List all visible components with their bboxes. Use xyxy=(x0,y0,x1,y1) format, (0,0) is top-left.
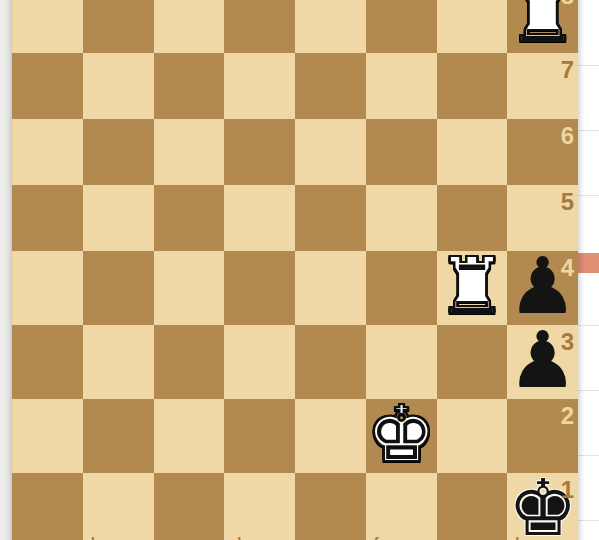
square-b6[interactable] xyxy=(83,119,154,185)
file-label-c: c xyxy=(162,535,170,540)
square-c6[interactable] xyxy=(154,119,225,185)
square-g7[interactable] xyxy=(437,53,508,119)
square-d5[interactable] xyxy=(224,185,295,251)
square-f3[interactable] xyxy=(366,325,437,399)
square-h8[interactable]: 8♜ xyxy=(507,0,578,53)
square-b7[interactable] xyxy=(83,53,154,119)
square-b4[interactable] xyxy=(83,251,154,325)
square-b8[interactable] xyxy=(83,0,154,53)
square-d6[interactable] xyxy=(224,119,295,185)
square-e8[interactable] xyxy=(295,0,366,53)
square-g1[interactable]: g xyxy=(437,473,508,540)
square-a7[interactable] xyxy=(12,53,83,119)
square-b2[interactable] xyxy=(83,399,154,473)
square-c1[interactable]: c xyxy=(154,473,225,540)
file-label-d: d xyxy=(232,535,241,540)
square-f5[interactable] xyxy=(366,185,437,251)
chess-board[interactable]: 8♜765♜4♟3♟♚2abcdefg1h♚ xyxy=(12,0,578,540)
square-f2[interactable]: ♚ xyxy=(366,399,437,473)
square-d3[interactable] xyxy=(224,325,295,399)
square-e7[interactable] xyxy=(295,53,366,119)
rank-label-1: 1 xyxy=(561,478,574,502)
square-f4[interactable] xyxy=(366,251,437,325)
square-e6[interactable] xyxy=(295,119,366,185)
white-rook-g4[interactable]: ♜ xyxy=(437,247,507,325)
square-b1[interactable]: b xyxy=(83,473,154,540)
square-e4[interactable] xyxy=(295,251,366,325)
square-g8[interactable] xyxy=(437,0,508,53)
square-d2[interactable] xyxy=(224,399,295,473)
panel-highlight-row xyxy=(578,253,599,273)
side-panel xyxy=(578,0,599,540)
panel-row-divider xyxy=(578,520,599,521)
square-d4[interactable] xyxy=(224,251,295,325)
square-e1[interactable]: e xyxy=(295,473,366,540)
square-h7[interactable]: 7 xyxy=(507,53,578,119)
square-b3[interactable] xyxy=(83,325,154,399)
square-f1[interactable]: f xyxy=(366,473,437,540)
square-a8[interactable] xyxy=(12,0,83,53)
panel-row-divider xyxy=(578,390,599,391)
file-label-a: a xyxy=(20,535,28,540)
square-a1[interactable]: a xyxy=(12,473,83,540)
rank-label-3: 3 xyxy=(561,330,574,354)
square-g4[interactable]: ♜ xyxy=(437,251,508,325)
square-g6[interactable] xyxy=(437,119,508,185)
panel-row-divider xyxy=(578,65,599,66)
square-c2[interactable] xyxy=(154,399,225,473)
square-f8[interactable] xyxy=(366,0,437,53)
file-label-b: b xyxy=(91,535,100,540)
rank-label-6: 6 xyxy=(561,124,574,148)
square-a5[interactable] xyxy=(12,185,83,251)
panel-row-divider xyxy=(578,130,599,131)
file-label-h: h xyxy=(515,535,524,540)
square-g3[interactable] xyxy=(437,325,508,399)
square-b5[interactable] xyxy=(83,185,154,251)
square-f7[interactable] xyxy=(366,53,437,119)
square-c5[interactable] xyxy=(154,185,225,251)
square-d8[interactable] xyxy=(224,0,295,53)
panel-row-divider xyxy=(578,325,599,326)
square-c8[interactable] xyxy=(154,0,225,53)
file-label-f: f xyxy=(374,535,379,540)
square-h6[interactable]: 6 xyxy=(507,119,578,185)
square-h1[interactable]: 1h♚ xyxy=(507,473,578,540)
square-c4[interactable] xyxy=(154,251,225,325)
square-h2[interactable]: 2 xyxy=(507,399,578,473)
rank-label-7: 7 xyxy=(561,58,574,82)
square-d1[interactable]: d xyxy=(224,473,295,540)
square-h3[interactable]: 3♟ xyxy=(507,325,578,399)
file-label-g: g xyxy=(445,535,454,540)
page-background-gutter xyxy=(0,0,12,540)
square-e2[interactable] xyxy=(295,399,366,473)
square-h4[interactable]: 4♟ xyxy=(507,251,578,325)
white-king-f2[interactable]: ♚ xyxy=(366,395,436,473)
square-a3[interactable] xyxy=(12,325,83,399)
square-d7[interactable] xyxy=(224,53,295,119)
rank-label-5: 5 xyxy=(561,190,574,214)
rank-label-4: 4 xyxy=(561,256,574,280)
panel-row-divider xyxy=(578,455,599,456)
square-f6[interactable] xyxy=(366,119,437,185)
rank-label-2: 2 xyxy=(561,404,574,428)
square-a6[interactable] xyxy=(12,119,83,185)
square-c7[interactable] xyxy=(154,53,225,119)
panel-row-divider xyxy=(578,195,599,196)
square-a4[interactable] xyxy=(12,251,83,325)
square-c3[interactable] xyxy=(154,325,225,399)
square-e5[interactable] xyxy=(295,185,366,251)
square-e3[interactable] xyxy=(295,325,366,399)
square-a2[interactable] xyxy=(12,399,83,473)
file-label-e: e xyxy=(303,535,311,540)
rank-label-8: 8 xyxy=(561,0,574,8)
square-g2[interactable] xyxy=(437,399,508,473)
